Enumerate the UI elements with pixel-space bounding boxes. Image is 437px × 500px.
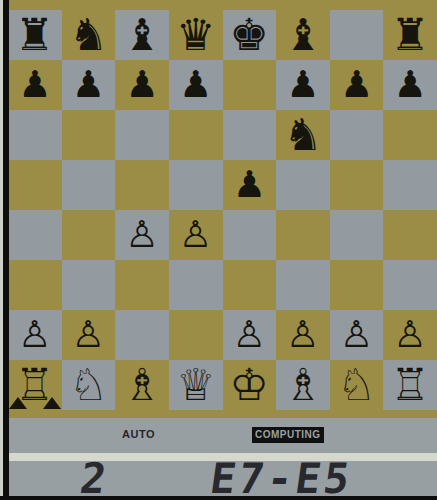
square-e7[interactable] (223, 60, 277, 110)
square-a6[interactable] (8, 110, 62, 160)
square-a1[interactable]: ♖ (8, 360, 62, 410)
square-e3[interactable] (223, 260, 277, 310)
lcd-black-move-marks: ___ (116, 460, 200, 498)
square-b1[interactable]: ♘ (62, 360, 116, 410)
square-d6[interactable] (169, 110, 223, 160)
square-f3[interactable] (276, 260, 330, 310)
auto-indicator: AUTO (122, 428, 155, 440)
square-a2[interactable]: ♙ (8, 310, 62, 360)
square-c1[interactable]: ♗ (115, 360, 169, 410)
square-g3[interactable] (330, 260, 384, 310)
square-g7[interactable]: ♟ (330, 60, 384, 110)
square-e8[interactable]: ♚ (223, 10, 277, 60)
square-e1[interactable]: ♔ (223, 360, 277, 410)
black-pawn[interactable]: ♟ (394, 60, 427, 110)
square-f2[interactable]: ♙ (276, 310, 330, 360)
square-b4[interactable] (62, 210, 116, 260)
square-h7[interactable]: ♟ (383, 60, 437, 110)
square-h1[interactable]: ♖ (383, 360, 437, 410)
square-b7[interactable]: ♟ (62, 60, 116, 110)
black-bishop[interactable]: ♝ (283, 10, 322, 60)
white-pawn[interactable]: ♙ (125, 210, 158, 260)
square-b5[interactable] (62, 160, 116, 210)
black-pawn[interactable]: ♟ (72, 60, 105, 110)
square-c3[interactable] (115, 260, 169, 310)
square-a5[interactable] (8, 160, 62, 210)
black-knight[interactable]: ♞ (69, 10, 108, 60)
square-f4[interactable] (276, 210, 330, 260)
lcd-move-text: E7-E5 (208, 460, 355, 498)
black-rook[interactable]: ♜ (390, 10, 429, 60)
white-knight[interactable]: ♘ (337, 360, 376, 410)
board-frame: ♜♞♝♛♚♝♜♟♟♟♟♟♟♟♞♟♙♙♙♙♙♙♙♙♖♘♗♕♔♗♘♖ (8, 0, 437, 418)
white-king[interactable]: ♔ (230, 360, 269, 410)
cursor-triangle-right (43, 397, 61, 409)
square-a8[interactable]: ♜ (8, 10, 62, 60)
white-rook[interactable]: ♖ (390, 360, 429, 410)
lcd-move-number: 2 (78, 460, 109, 498)
square-e2[interactable]: ♙ (223, 310, 277, 360)
square-g4[interactable] (330, 210, 384, 260)
square-d3[interactable] (169, 260, 223, 310)
square-h5[interactable] (383, 160, 437, 210)
square-c5[interactable] (115, 160, 169, 210)
black-pawn[interactable]: ♟ (179, 60, 212, 110)
square-d4[interactable]: ♙ (169, 210, 223, 260)
left-border (3, 0, 9, 500)
square-c8[interactable]: ♝ (115, 10, 169, 60)
black-pawn[interactable]: ♟ (286, 60, 319, 110)
white-pawn[interactable]: ♙ (233, 310, 266, 360)
computing-indicator: COMPUTING (252, 427, 324, 443)
white-pawn[interactable]: ♙ (340, 310, 373, 360)
white-pawn[interactable]: ♙ (18, 310, 51, 360)
black-queen[interactable]: ♛ (176, 10, 215, 60)
black-pawn[interactable]: ♟ (340, 60, 373, 110)
square-c4[interactable]: ♙ (115, 210, 169, 260)
white-bishop[interactable]: ♗ (122, 360, 161, 410)
square-a7[interactable]: ♟ (8, 60, 62, 110)
white-queen[interactable]: ♕ (176, 360, 215, 410)
black-pawn[interactable]: ♟ (18, 60, 51, 110)
square-f5[interactable] (276, 160, 330, 210)
square-a3[interactable] (8, 260, 62, 310)
square-d1[interactable]: ♕ (169, 360, 223, 410)
square-c7[interactable]: ♟ (115, 60, 169, 110)
white-pawn[interactable]: ♙ (72, 310, 105, 360)
square-g2[interactable]: ♙ (330, 310, 384, 360)
square-e4[interactable] (223, 210, 277, 260)
square-d7[interactable]: ♟ (169, 60, 223, 110)
chess-board: ♜♞♝♛♚♝♜♟♟♟♟♟♟♟♞♟♙♙♙♙♙♙♙♙♖♘♗♕♔♗♘♖ (8, 10, 437, 410)
square-g5[interactable] (330, 160, 384, 210)
square-h6[interactable] (383, 110, 437, 160)
square-g6[interactable] (330, 110, 384, 160)
chess-computer-screen: ♜♞♝♛♚♝♜♟♟♟♟♟♟♟♞♟♙♙♙♙♙♙♙♙♖♘♗♕♔♗♘♖ AUTO CO… (0, 0, 437, 500)
white-pawn[interactable]: ♙ (179, 210, 212, 260)
square-f7[interactable]: ♟ (276, 60, 330, 110)
square-b3[interactable] (62, 260, 116, 310)
square-b2[interactable]: ♙ (62, 310, 116, 360)
square-f6[interactable]: ♞ (276, 110, 330, 160)
square-h2[interactable]: ♙ (383, 310, 437, 360)
square-g8[interactable] (330, 10, 384, 60)
square-h3[interactable] (383, 260, 437, 310)
black-pawn[interactable]: ♟ (233, 160, 266, 210)
black-pawn[interactable]: ♟ (125, 60, 158, 110)
square-a4[interactable] (8, 210, 62, 260)
square-e6[interactable] (223, 110, 277, 160)
square-h4[interactable] (383, 210, 437, 260)
white-pawn[interactable]: ♙ (286, 310, 319, 360)
white-bishop[interactable]: ♗ (283, 360, 322, 410)
square-f8[interactable]: ♝ (276, 10, 330, 60)
black-king[interactable]: ♚ (230, 10, 269, 60)
white-knight[interactable]: ♘ (69, 360, 108, 410)
square-b8[interactable]: ♞ (62, 10, 116, 60)
cursor-triangle-left (9, 397, 27, 409)
black-rook[interactable]: ♜ (15, 10, 54, 60)
black-bishop[interactable]: ♝ (122, 10, 161, 60)
square-d2[interactable] (169, 310, 223, 360)
square-f1[interactable]: ♗ (276, 360, 330, 410)
square-b6[interactable] (62, 110, 116, 160)
square-g1[interactable]: ♘ (330, 360, 384, 410)
square-e5[interactable]: ♟ (223, 160, 277, 210)
square-d5[interactable] (169, 160, 223, 210)
square-c2[interactable] (115, 310, 169, 360)
square-d8[interactable]: ♛ (169, 10, 223, 60)
square-h8[interactable]: ♜ (383, 10, 437, 60)
black-knight[interactable]: ♞ (283, 110, 322, 160)
bottom-border (0, 496, 437, 500)
square-c6[interactable] (115, 110, 169, 160)
lcd-display: 2 ___ E7-E5 (8, 460, 437, 497)
white-pawn[interactable]: ♙ (394, 310, 427, 360)
